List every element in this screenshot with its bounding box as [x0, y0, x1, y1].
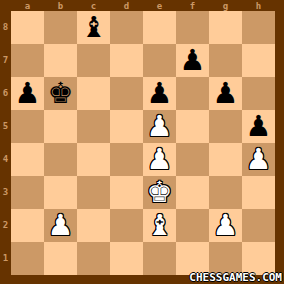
square-d2[interactable] — [110, 209, 143, 242]
rank-label-6: 6 — [0, 77, 11, 110]
square-d4[interactable] — [110, 143, 143, 176]
square-b4[interactable] — [44, 143, 77, 176]
square-d3[interactable] — [110, 176, 143, 209]
rank-label-4: 4 — [0, 143, 11, 176]
square-c2[interactable] — [77, 209, 110, 242]
black-king: ♚ — [48, 77, 74, 110]
board-grid: ♝♟♟♚♟♟♟♟♟♟♚♟♝♟ — [11, 11, 275, 275]
rank-labels: 87654321 — [0, 11, 11, 275]
square-d8[interactable] — [110, 11, 143, 44]
square-c3[interactable] — [77, 176, 110, 209]
square-f2[interactable] — [176, 209, 209, 242]
square-d1[interactable] — [110, 242, 143, 275]
square-b6[interactable]: ♚ — [44, 77, 77, 110]
square-g8[interactable] — [209, 11, 242, 44]
square-c1[interactable] — [77, 242, 110, 275]
square-b2[interactable]: ♟ — [44, 209, 77, 242]
white-pawn: ♟ — [213, 209, 239, 242]
square-a2[interactable] — [11, 209, 44, 242]
square-h6[interactable] — [242, 77, 275, 110]
file-labels: abcdefgh — [11, 0, 275, 11]
square-d6[interactable] — [110, 77, 143, 110]
square-a3[interactable] — [11, 176, 44, 209]
square-c7[interactable] — [77, 44, 110, 77]
square-g4[interactable] — [209, 143, 242, 176]
square-h5[interactable]: ♟ — [242, 110, 275, 143]
square-c4[interactable] — [77, 143, 110, 176]
square-b3[interactable] — [44, 176, 77, 209]
rank-label-7: 7 — [0, 44, 11, 77]
square-e8[interactable] — [143, 11, 176, 44]
white-pawn: ♟ — [246, 143, 272, 176]
white-pawn: ♟ — [147, 110, 173, 143]
square-a5[interactable] — [11, 110, 44, 143]
square-b7[interactable] — [44, 44, 77, 77]
white-pawn: ♟ — [147, 143, 173, 176]
square-c5[interactable] — [77, 110, 110, 143]
square-h2[interactable] — [242, 209, 275, 242]
black-bishop: ♝ — [81, 11, 107, 44]
square-a8[interactable] — [11, 11, 44, 44]
square-f6[interactable] — [176, 77, 209, 110]
white-king: ♚ — [147, 176, 173, 209]
rank-label-5: 5 — [0, 110, 11, 143]
square-h3[interactable] — [242, 176, 275, 209]
black-pawn: ♟ — [15, 77, 41, 110]
square-g3[interactable] — [209, 176, 242, 209]
square-e7[interactable] — [143, 44, 176, 77]
black-pawn: ♟ — [213, 77, 239, 110]
rank-label-2: 2 — [0, 209, 11, 242]
square-f4[interactable] — [176, 143, 209, 176]
black-pawn: ♟ — [180, 44, 206, 77]
square-f5[interactable] — [176, 110, 209, 143]
square-e1[interactable] — [143, 242, 176, 275]
square-h4[interactable]: ♟ — [242, 143, 275, 176]
rank-label-8: 8 — [0, 11, 11, 44]
square-a7[interactable] — [11, 44, 44, 77]
square-h8[interactable] — [242, 11, 275, 44]
square-g2[interactable]: ♟ — [209, 209, 242, 242]
white-bishop: ♝ — [147, 209, 173, 242]
square-b5[interactable] — [44, 110, 77, 143]
square-b8[interactable] — [44, 11, 77, 44]
white-pawn: ♟ — [48, 209, 74, 242]
square-d7[interactable] — [110, 44, 143, 77]
square-a1[interactable] — [11, 242, 44, 275]
square-h7[interactable] — [242, 44, 275, 77]
square-g5[interactable] — [209, 110, 242, 143]
square-a4[interactable] — [11, 143, 44, 176]
square-e3[interactable]: ♚ — [143, 176, 176, 209]
site-watermark: CHESSGAMES.COM — [189, 271, 282, 284]
black-pawn: ♟ — [246, 110, 272, 143]
chess-diagram: abcdefgh 87654321 ♝♟♟♚♟♟♟♟♟♟♚♟♝♟ CHESSGA… — [0, 0, 284, 284]
square-e6[interactable]: ♟ — [143, 77, 176, 110]
rank-label-3: 3 — [0, 176, 11, 209]
square-c8[interactable]: ♝ — [77, 11, 110, 44]
square-g6[interactable]: ♟ — [209, 77, 242, 110]
square-f3[interactable] — [176, 176, 209, 209]
square-e4[interactable]: ♟ — [143, 143, 176, 176]
square-e2[interactable]: ♝ — [143, 209, 176, 242]
square-e5[interactable]: ♟ — [143, 110, 176, 143]
black-pawn: ♟ — [147, 77, 173, 110]
square-d5[interactable] — [110, 110, 143, 143]
rank-label-1: 1 — [0, 242, 11, 275]
square-b1[interactable] — [44, 242, 77, 275]
square-g7[interactable] — [209, 44, 242, 77]
square-f8[interactable] — [176, 11, 209, 44]
square-a6[interactable]: ♟ — [11, 77, 44, 110]
square-f7[interactable]: ♟ — [176, 44, 209, 77]
square-c6[interactable] — [77, 77, 110, 110]
